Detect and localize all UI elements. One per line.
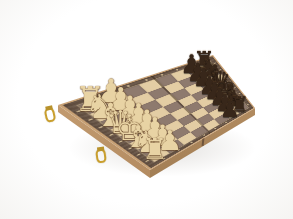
- frame-inlay-dot: [88, 118, 93, 120]
- frame-inlay-dot: [224, 75, 226, 77]
- frame-inlay-dot: [162, 157, 165, 159]
- frame-inlay-dot: [214, 63, 216, 65]
- frame-inlay-dot: [235, 116, 237, 118]
- brass-clasp-bottom: [95, 148, 107, 163]
- frame-inlay-dot: [247, 104, 249, 105]
- frame-inlay-dot: [219, 69, 221, 71]
- frame-inlay-dot: [119, 141, 123, 143]
- frame-inlay-dot: [225, 122, 227, 124]
- frame-inlay-dot: [238, 93, 240, 94]
- frame-inlay-dot: [99, 126, 104, 128]
- frame-inlay-dot: [128, 147, 132, 149]
- frame-inlay-dot: [177, 149, 180, 151]
- frame-inlay-dot: [137, 154, 141, 156]
- product-photo-chess-set: ♜♞♝♛♚♝♞♜♟♟♟♟♟♟♟♟♟♟♟♟♟♟♟♟♜♞♝♛♚♝♞♜: [0, 0, 293, 219]
- frame-inlay-dot: [214, 128, 216, 130]
- frame-inlay-dot: [190, 141, 193, 143]
- frame-inlay-dot: [76, 110, 81, 112]
- frame-inlay-dot: [229, 81, 231, 82]
- frame-inlay-dot: [243, 98, 245, 99]
- frame-inlay-dot: [145, 160, 149, 162]
- frame-inlay-dot: [109, 133, 113, 135]
- frame-inlay-dot: [203, 134, 206, 136]
- frame-inlay-dot: [234, 87, 236, 88]
- frame-inlay-dot: [244, 111, 246, 112]
